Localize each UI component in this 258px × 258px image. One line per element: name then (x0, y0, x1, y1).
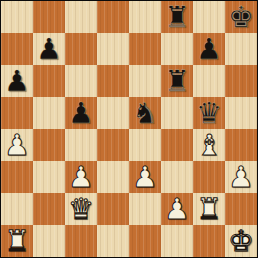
square-d8[interactable] (97, 1, 129, 33)
square-d2[interactable] (97, 193, 129, 225)
square-e5[interactable]: ♞ (129, 97, 161, 129)
square-d7[interactable] (97, 33, 129, 65)
white-pawn[interactable]: ♟ (164, 193, 190, 225)
square-a5[interactable] (1, 97, 33, 129)
square-c2[interactable]: ♛ (65, 193, 97, 225)
square-h2[interactable] (225, 193, 257, 225)
square-b3[interactable] (33, 161, 65, 193)
white-pawn[interactable]: ♟ (68, 161, 94, 193)
square-a6[interactable]: ♟ (1, 65, 33, 97)
square-h5[interactable] (225, 97, 257, 129)
square-b5[interactable] (33, 97, 65, 129)
white-queen[interactable]: ♛ (68, 193, 94, 225)
square-e2[interactable] (129, 193, 161, 225)
square-g4[interactable]: ♝ (193, 129, 225, 161)
black-knight[interactable]: ♞ (132, 97, 158, 129)
square-f8[interactable]: ♜ (161, 1, 193, 33)
white-king[interactable]: ♚ (228, 225, 254, 257)
square-g2[interactable]: ♜ (193, 193, 225, 225)
square-d5[interactable] (97, 97, 129, 129)
black-queen[interactable]: ♛ (196, 97, 222, 129)
square-g7[interactable]: ♟ (193, 33, 225, 65)
black-rook[interactable]: ♜ (164, 1, 190, 33)
square-c5[interactable]: ♟ (65, 97, 97, 129)
square-c1[interactable] (65, 225, 97, 257)
chess-board: ♜♚♟♟♟♜♟♞♛♟♝♟♟♟♛♟♜♜♚ (1, 1, 257, 257)
square-d1[interactable] (97, 225, 129, 257)
square-e8[interactable] (129, 1, 161, 33)
square-e6[interactable] (129, 65, 161, 97)
square-f4[interactable] (161, 129, 193, 161)
square-h6[interactable] (225, 65, 257, 97)
white-pawn[interactable]: ♟ (132, 161, 158, 193)
square-c6[interactable] (65, 65, 97, 97)
white-pawn[interactable]: ♟ (228, 161, 254, 193)
square-a8[interactable] (1, 1, 33, 33)
square-a7[interactable] (1, 33, 33, 65)
black-king[interactable]: ♚ (228, 1, 254, 33)
square-g3[interactable] (193, 161, 225, 193)
square-f5[interactable] (161, 97, 193, 129)
square-b6[interactable] (33, 65, 65, 97)
square-h8[interactable]: ♚ (225, 1, 257, 33)
square-b8[interactable] (33, 1, 65, 33)
white-rook[interactable]: ♜ (196, 193, 222, 225)
square-h1[interactable]: ♚ (225, 225, 257, 257)
black-rook[interactable]: ♜ (164, 65, 190, 97)
square-a2[interactable] (1, 193, 33, 225)
square-g8[interactable] (193, 1, 225, 33)
square-c4[interactable] (65, 129, 97, 161)
black-pawn[interactable]: ♟ (4, 65, 30, 97)
black-pawn[interactable]: ♟ (68, 97, 94, 129)
square-d3[interactable] (97, 161, 129, 193)
square-c8[interactable] (65, 1, 97, 33)
square-f1[interactable] (161, 225, 193, 257)
square-a3[interactable] (1, 161, 33, 193)
square-g1[interactable] (193, 225, 225, 257)
square-a4[interactable]: ♟ (1, 129, 33, 161)
square-f2[interactable]: ♟ (161, 193, 193, 225)
square-g5[interactable]: ♛ (193, 97, 225, 129)
square-e7[interactable] (129, 33, 161, 65)
square-c7[interactable] (65, 33, 97, 65)
square-a1[interactable]: ♜ (1, 225, 33, 257)
square-b1[interactable] (33, 225, 65, 257)
square-f6[interactable]: ♜ (161, 65, 193, 97)
square-h7[interactable] (225, 33, 257, 65)
square-f3[interactable] (161, 161, 193, 193)
square-h4[interactable] (225, 129, 257, 161)
square-e3[interactable]: ♟ (129, 161, 161, 193)
square-d4[interactable] (97, 129, 129, 161)
chess-board-frame: ♜♚♟♟♟♜♟♞♛♟♝♟♟♟♛♟♜♜♚ (0, 0, 258, 258)
white-pawn[interactable]: ♟ (4, 129, 30, 161)
square-b2[interactable] (33, 193, 65, 225)
square-d6[interactable] (97, 65, 129, 97)
square-f7[interactable] (161, 33, 193, 65)
square-h3[interactable]: ♟ (225, 161, 257, 193)
white-bishop[interactable]: ♝ (196, 129, 222, 161)
square-b4[interactable] (33, 129, 65, 161)
square-e4[interactable] (129, 129, 161, 161)
square-b7[interactable]: ♟ (33, 33, 65, 65)
square-c3[interactable]: ♟ (65, 161, 97, 193)
square-e1[interactable] (129, 225, 161, 257)
black-pawn[interactable]: ♟ (36, 33, 62, 65)
black-pawn[interactable]: ♟ (196, 33, 222, 65)
square-g6[interactable] (193, 65, 225, 97)
white-rook[interactable]: ♜ (4, 225, 30, 257)
